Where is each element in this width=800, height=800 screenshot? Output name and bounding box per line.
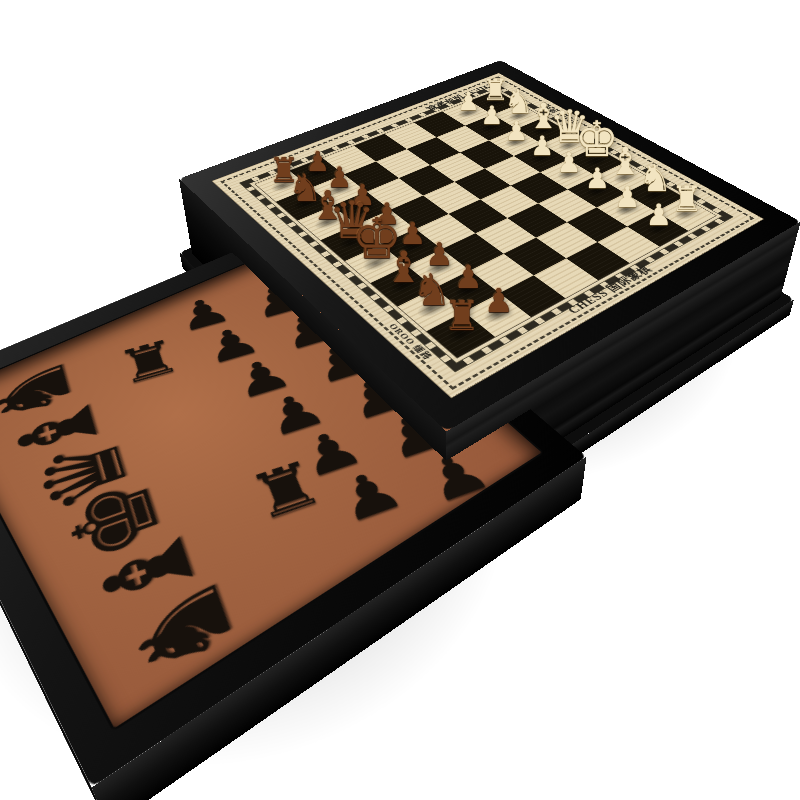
drawer-slot-pawn: ♟ [328,460,412,532]
marker-g2 [626,209,628,210]
marker-h1 [686,213,688,214]
piece-base-shadow [365,215,407,238]
piece-base-shadow [407,295,453,324]
marker-a1 [494,102,496,103]
drawer-slot-rook: ♜ [112,332,187,393]
marker-b7 [339,189,341,190]
product-photo-scene: CHESS 国际象棋 CHESS 国际象棋 OROO 缅路 OROO 缅路 ♞♝… [0,0,800,800]
